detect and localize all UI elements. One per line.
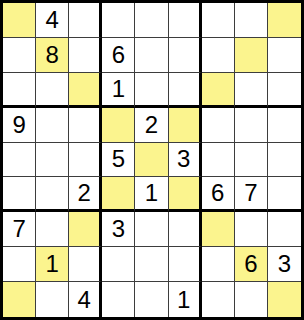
cell-r4c9[interactable]	[268, 108, 301, 143]
cell-r6c2[interactable]	[36, 177, 69, 212]
cell-r4c6[interactable]	[169, 108, 202, 143]
cell-r3c7[interactable]	[202, 73, 235, 108]
cell-r2c8[interactable]	[235, 38, 268, 73]
cell-r9c6-given[interactable]: 1	[169, 282, 202, 317]
cell-r5c7[interactable]	[202, 143, 235, 178]
cell-r6c7-given[interactable]: 6	[202, 177, 235, 212]
cell-r3c3[interactable]	[69, 73, 102, 108]
cell-r8c1[interactable]	[3, 247, 36, 282]
cell-r9c2[interactable]	[36, 282, 69, 317]
cell-r7c2[interactable]	[36, 212, 69, 247]
cell-r5c2[interactable]	[36, 143, 69, 178]
cell-r1c2-given[interactable]: 4	[36, 3, 69, 38]
cell-r1c8[interactable]	[235, 3, 268, 38]
cell-r2c9[interactable]	[268, 38, 301, 73]
cell-r1c6[interactable]	[169, 3, 202, 38]
cell-r1c7[interactable]	[202, 3, 235, 38]
cell-r3c5[interactable]	[135, 73, 168, 108]
cell-r8c4[interactable]	[102, 247, 135, 282]
cell-r8c5[interactable]	[135, 247, 168, 282]
cell-r2c6[interactable]	[169, 38, 202, 73]
cell-r5c1[interactable]	[3, 143, 36, 178]
cell-r3c9[interactable]	[268, 73, 301, 108]
cell-r9c4[interactable]	[102, 282, 135, 317]
cell-r2c2-given[interactable]: 8	[36, 38, 69, 73]
cell-r6c1[interactable]	[3, 177, 36, 212]
cell-r3c4-given[interactable]: 1	[102, 73, 135, 108]
cell-r8c8-given[interactable]: 6	[235, 247, 268, 282]
cell-r8c7[interactable]	[202, 247, 235, 282]
cell-r5c5[interactable]	[135, 143, 168, 178]
cell-r7c5[interactable]	[135, 212, 168, 247]
cell-r7c9[interactable]	[268, 212, 301, 247]
cell-r1c9[interactable]	[268, 3, 301, 38]
cell-r7c7[interactable]	[202, 212, 235, 247]
cell-r9c1[interactable]	[3, 282, 36, 317]
cell-r4c2[interactable]	[36, 108, 69, 143]
cell-r2c5[interactable]	[135, 38, 168, 73]
cell-r2c7[interactable]	[202, 38, 235, 73]
cell-r1c4[interactable]	[102, 3, 135, 38]
cell-r8c3[interactable]	[69, 247, 102, 282]
cell-r6c8-given[interactable]: 7	[235, 177, 268, 212]
cell-r9c9[interactable]	[268, 282, 301, 317]
cell-r9c3-given[interactable]: 4	[69, 282, 102, 317]
cell-r7c6[interactable]	[169, 212, 202, 247]
cell-r7c1-given[interactable]: 7	[3, 212, 36, 247]
cell-r7c4-given[interactable]: 3	[102, 212, 135, 247]
cell-r6c4[interactable]	[102, 177, 135, 212]
cell-r9c5[interactable]	[135, 282, 168, 317]
cell-r4c8[interactable]	[235, 108, 268, 143]
cell-r7c8[interactable]	[235, 212, 268, 247]
cell-r3c2[interactable]	[36, 73, 69, 108]
cell-r6c5-given[interactable]: 1	[135, 177, 168, 212]
cell-r2c3[interactable]	[69, 38, 102, 73]
cell-r6c3-given[interactable]: 2	[69, 177, 102, 212]
cell-r5c9[interactable]	[268, 143, 301, 178]
cell-r4c1-given[interactable]: 9	[3, 108, 36, 143]
cell-r8c6[interactable]	[169, 247, 202, 282]
cell-r1c5[interactable]	[135, 3, 168, 38]
cell-r5c8[interactable]	[235, 143, 268, 178]
cell-r5c3[interactable]	[69, 143, 102, 178]
cell-r8c9-given[interactable]: 3	[268, 247, 301, 282]
sudoku-board: 4861925321677316341	[0, 0, 304, 320]
cell-r9c7[interactable]	[202, 282, 235, 317]
cell-r2c1[interactable]	[3, 38, 36, 73]
cell-r3c1[interactable]	[3, 73, 36, 108]
cell-r1c3[interactable]	[69, 3, 102, 38]
cell-r8c2-given[interactable]: 1	[36, 247, 69, 282]
cell-r4c5-given[interactable]: 2	[135, 108, 168, 143]
cell-r5c6-given[interactable]: 3	[169, 143, 202, 178]
cell-r9c8[interactable]	[235, 282, 268, 317]
cell-r6c9[interactable]	[268, 177, 301, 212]
cell-r4c3[interactable]	[69, 108, 102, 143]
cell-r4c4[interactable]	[102, 108, 135, 143]
cell-r5c4-given[interactable]: 5	[102, 143, 135, 178]
cell-r7c3[interactable]	[69, 212, 102, 247]
cell-r1c1[interactable]	[3, 3, 36, 38]
cell-r3c8[interactable]	[235, 73, 268, 108]
cell-r4c7[interactable]	[202, 108, 235, 143]
cell-r2c4-given[interactable]: 6	[102, 38, 135, 73]
cell-r3c6[interactable]	[169, 73, 202, 108]
cell-r6c6[interactable]	[169, 177, 202, 212]
